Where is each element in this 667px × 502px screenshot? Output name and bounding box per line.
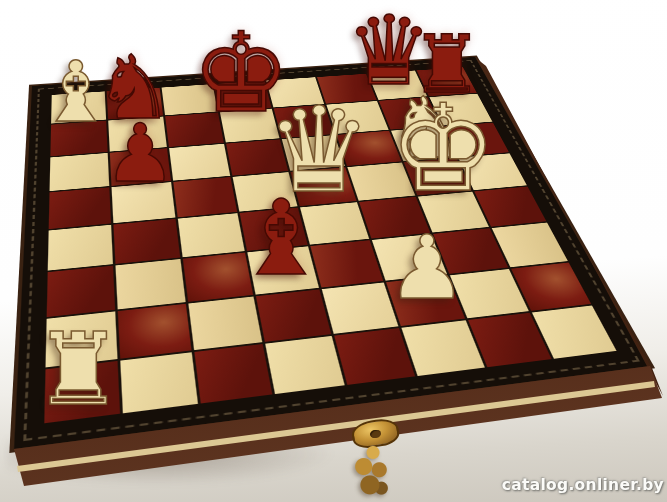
- square-c6[interactable]: [169, 144, 230, 181]
- piece-white-king-g5[interactable]: ♚: [389, 89, 497, 209]
- square-c1[interactable]: [194, 344, 272, 404]
- square-e1[interactable]: [334, 328, 415, 385]
- piece-white-pawn-f2[interactable]: ♟: [388, 224, 467, 312]
- piece-white-bishop-a8[interactable]: ♝: [38, 50, 113, 134]
- square-b3[interactable]: [116, 259, 185, 309]
- square-b2[interactable]: [118, 303, 191, 358]
- photo-scene: ♝♞♚♛♜♞♟♛♚♝♟♜ catalog.onliner.by: [0, 0, 667, 502]
- square-a6[interactable]: [50, 153, 110, 191]
- square-c2[interactable]: [188, 296, 262, 350]
- watermark-text: catalog.onliner.by: [502, 476, 664, 494]
- piece-red-pawn-b6[interactable]: ♟: [104, 114, 176, 194]
- square-a3[interactable]: [47, 266, 116, 317]
- piece-red-bishop-d3[interactable]: ♝: [234, 186, 327, 290]
- square-b4[interactable]: [114, 219, 180, 264]
- square-a5[interactable]: [49, 187, 112, 229]
- square-b1[interactable]: [121, 352, 198, 413]
- square-a4[interactable]: [48, 225, 114, 271]
- piece-white-rook-a1[interactable]: ♜: [33, 320, 123, 420]
- brass-key-tassel-icon: [346, 446, 398, 500]
- square-c5[interactable]: [173, 177, 237, 217]
- square-d1[interactable]: [265, 336, 345, 394]
